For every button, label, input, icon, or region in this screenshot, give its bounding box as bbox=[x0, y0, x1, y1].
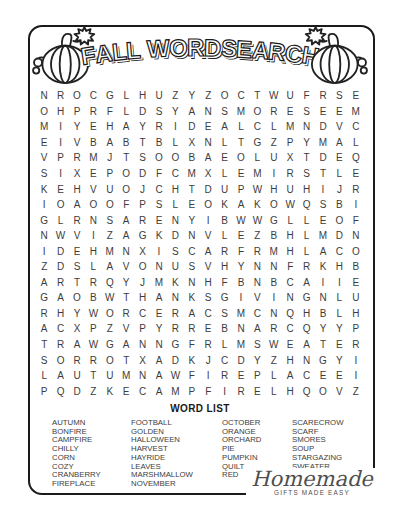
grid-cell: E bbox=[315, 368, 331, 384]
vine-curl-icon bbox=[361, 67, 367, 73]
grid-cell: N bbox=[151, 337, 167, 353]
grid-cell: L bbox=[216, 166, 232, 182]
grid-cell: E bbox=[331, 368, 347, 384]
grid-cell: O bbox=[102, 306, 118, 322]
grid-cell: R bbox=[69, 150, 85, 166]
grid-cell: R bbox=[184, 321, 200, 337]
grid-cell: E bbox=[348, 166, 364, 182]
grid-cell: R bbox=[69, 352, 85, 368]
grid-cell: W bbox=[249, 212, 265, 228]
grid-cell: C bbox=[167, 166, 183, 182]
grid-cell: S bbox=[167, 243, 183, 259]
grid-cell: O bbox=[167, 150, 183, 166]
grid-cell: R bbox=[348, 337, 364, 353]
grid-cell: B bbox=[85, 135, 101, 151]
grid-cell: N bbox=[200, 104, 216, 120]
grid-cell: C bbox=[200, 306, 216, 322]
grid-cell: A bbox=[298, 337, 314, 353]
grid-cell: P bbox=[69, 104, 85, 120]
grid-cell: K bbox=[151, 228, 167, 244]
grid-cell: E bbox=[151, 212, 167, 228]
grid-cell: E bbox=[36, 135, 52, 151]
grid-cell: Y bbox=[151, 321, 167, 337]
grid-cell: M bbox=[249, 166, 265, 182]
grid-cell: A bbox=[151, 352, 167, 368]
grid-cell: G bbox=[36, 212, 52, 228]
grid-cell: R bbox=[134, 212, 150, 228]
grid-cell: N bbox=[184, 275, 200, 291]
grid-cell: I bbox=[315, 275, 331, 291]
grid-cell: G bbox=[167, 337, 183, 353]
grid-cell: L bbox=[36, 368, 52, 384]
grid-cell: E bbox=[233, 228, 249, 244]
grid-cell: L bbox=[167, 197, 183, 213]
grid-cell: I bbox=[315, 181, 331, 197]
grid-cell: R bbox=[216, 368, 232, 384]
grid-cell: Y bbox=[134, 119, 150, 135]
grid-cell: R bbox=[151, 119, 167, 135]
grid-cell: L bbox=[331, 290, 347, 306]
grid-cell: E bbox=[69, 243, 85, 259]
grid-cell: D bbox=[134, 104, 150, 120]
grid-cell: G bbox=[134, 228, 150, 244]
grid-cell: C bbox=[249, 306, 265, 322]
title-letter: D bbox=[203, 33, 221, 63]
grid-cell: X bbox=[69, 166, 85, 182]
grid-cell: B bbox=[85, 290, 101, 306]
grid-cell: S bbox=[216, 306, 232, 322]
title-letter: S bbox=[220, 33, 237, 64]
grid-cell: I bbox=[52, 166, 68, 182]
grid-cell: T bbox=[315, 166, 331, 182]
grid-cell: Y bbox=[331, 321, 347, 337]
grid-cell: L bbox=[233, 119, 249, 135]
grid-cell: Y bbox=[118, 275, 134, 291]
grid-cell: B bbox=[348, 259, 364, 275]
grid-cell: Y bbox=[249, 352, 265, 368]
grid-cell: E bbox=[282, 337, 298, 353]
grid-cell: G bbox=[216, 290, 232, 306]
grid-cell: N bbox=[134, 368, 150, 384]
grid-cell: A bbox=[298, 275, 314, 291]
grid-cell: E bbox=[233, 166, 249, 182]
grid-cell: R bbox=[52, 337, 68, 353]
grid-cell: L bbox=[216, 228, 232, 244]
grid-cell: F bbox=[184, 368, 200, 384]
grid-cell: M bbox=[233, 306, 249, 322]
grid-cell: I bbox=[348, 197, 364, 213]
grid-cell: Q bbox=[282, 306, 298, 322]
grid-cell: S bbox=[151, 197, 167, 213]
grid-cell: H bbox=[282, 383, 298, 399]
grid-cell: V bbox=[118, 321, 134, 337]
grid-cell: A bbox=[200, 150, 216, 166]
grid-cell: U bbox=[102, 181, 118, 197]
grid-cell: R bbox=[282, 166, 298, 182]
grid-cell: M bbox=[167, 383, 183, 399]
grid-cell: O bbox=[315, 383, 331, 399]
grid-cell: Y bbox=[298, 135, 314, 151]
grid-cell: J bbox=[200, 352, 216, 368]
grid-cell: E bbox=[151, 306, 167, 322]
grid-cell: P bbox=[184, 383, 200, 399]
grid-cell: R bbox=[200, 337, 216, 353]
brand-name: Homemade bbox=[248, 468, 376, 491]
grid-cell: E bbox=[85, 166, 101, 182]
grid-cell: T bbox=[69, 275, 85, 291]
grid-cell: L bbox=[216, 135, 232, 151]
grid-cell: I bbox=[52, 135, 68, 151]
word-list-column: FOOTBALLGOLDENHALLOWEENHARVESTHAYRIDELEA… bbox=[131, 419, 193, 489]
grid-cell: V bbox=[200, 259, 216, 275]
grid-cell: H bbox=[134, 88, 150, 104]
grid-cell: A bbox=[249, 321, 265, 337]
grid-cell: D bbox=[167, 228, 183, 244]
grid-cell: O bbox=[69, 88, 85, 104]
grid-cell: A bbox=[52, 368, 68, 384]
grid-cell: V bbox=[69, 228, 85, 244]
grid-cell: X bbox=[134, 352, 150, 368]
grid-cell: O bbox=[233, 150, 249, 166]
grid-cell: J bbox=[331, 181, 347, 197]
grid-cell: R bbox=[233, 383, 249, 399]
grid-cell: O bbox=[52, 197, 68, 213]
grid-cell: I bbox=[348, 368, 364, 384]
grid-cell: H bbox=[282, 228, 298, 244]
grid-cell: A bbox=[52, 290, 68, 306]
word-list-item: NOVEMBER bbox=[131, 480, 193, 489]
grid-cell: M bbox=[233, 337, 249, 353]
grid-cell: H bbox=[85, 243, 101, 259]
grid-cell: B bbox=[151, 135, 167, 151]
grid-cell: H bbox=[298, 181, 314, 197]
grid-cell: G bbox=[102, 337, 118, 353]
grid-cell: Z bbox=[266, 135, 282, 151]
grid-cell: T bbox=[298, 150, 314, 166]
grid-cell: L bbox=[118, 104, 134, 120]
grid-cell: N bbox=[200, 135, 216, 151]
grid-cell: C bbox=[184, 243, 200, 259]
grid-cell: P bbox=[102, 166, 118, 182]
grid-cell: H bbox=[52, 306, 68, 322]
grid-cell: T bbox=[134, 135, 150, 151]
grid-cell: S bbox=[69, 259, 85, 275]
grid-cell: R bbox=[36, 306, 52, 322]
grid-cell: C bbox=[282, 275, 298, 291]
grid-cell: F bbox=[102, 104, 118, 120]
grid-cell: P bbox=[249, 368, 265, 384]
grid-cell: N bbox=[233, 321, 249, 337]
grid-cell: N bbox=[85, 212, 101, 228]
grid-cell: D bbox=[52, 243, 68, 259]
grid-cell: Z bbox=[266, 352, 282, 368]
grid-cell: A bbox=[151, 290, 167, 306]
pumpkin-right-icon bbox=[302, 26, 370, 86]
grid-cell: Z bbox=[200, 88, 216, 104]
grid-cell: G bbox=[266, 212, 282, 228]
grid-cell: A bbox=[102, 259, 118, 275]
grid-cell: J bbox=[102, 150, 118, 166]
grid-cell: N bbox=[184, 228, 200, 244]
grid-cell: H bbox=[282, 352, 298, 368]
grid-cell: X bbox=[134, 243, 150, 259]
grid-cell: E bbox=[216, 150, 232, 166]
grid-cell: C bbox=[151, 181, 167, 197]
grid-cell: I bbox=[151, 243, 167, 259]
grid-cell: X bbox=[200, 166, 216, 182]
grid-cell: A bbox=[69, 337, 85, 353]
grid-cell: D bbox=[315, 150, 331, 166]
grid-cell: Z bbox=[85, 383, 101, 399]
grid-cell: I bbox=[266, 166, 282, 182]
grid-cell: W bbox=[167, 368, 183, 384]
grid-cell: N bbox=[282, 290, 298, 306]
grid-cell: K bbox=[184, 290, 200, 306]
grid-cell: S bbox=[151, 104, 167, 120]
grid-cell: U bbox=[348, 290, 364, 306]
grid-cell: I bbox=[233, 290, 249, 306]
grid-cell: R bbox=[69, 212, 85, 228]
grid-cell: C bbox=[134, 383, 150, 399]
grid-cell: E bbox=[331, 150, 347, 166]
grid-cell: W bbox=[52, 228, 68, 244]
grid-cell: A bbox=[331, 135, 347, 151]
grid-cell: W bbox=[266, 337, 282, 353]
grid-cell: B bbox=[118, 135, 134, 151]
grid-cell: K bbox=[249, 197, 265, 213]
grid-cell: Y bbox=[331, 352, 347, 368]
grid-cell: E bbox=[348, 88, 364, 104]
grid-cell: H bbox=[167, 181, 183, 197]
grid-cell: Z bbox=[167, 88, 183, 104]
grid-cell: T bbox=[118, 150, 134, 166]
grid-cell: R bbox=[348, 181, 364, 197]
grid-cell: H bbox=[282, 243, 298, 259]
grid-cell: U bbox=[167, 259, 183, 275]
grid-cell: S bbox=[298, 166, 314, 182]
grid-cell: N bbox=[134, 337, 150, 353]
grid-cell: E bbox=[331, 337, 347, 353]
grid-cell: V bbox=[331, 383, 347, 399]
grid-cell: A bbox=[151, 383, 167, 399]
grid-cell: H bbox=[216, 259, 232, 275]
grid-cell: U bbox=[69, 368, 85, 384]
title-letter: O bbox=[168, 33, 187, 63]
grid-cell: H bbox=[69, 181, 85, 197]
grid-cell: L bbox=[282, 212, 298, 228]
grid-cell: W bbox=[266, 88, 282, 104]
grid-cell: Z bbox=[249, 228, 265, 244]
grid-cell: O bbox=[200, 197, 216, 213]
grid-cell: O bbox=[266, 197, 282, 213]
grid-cell: A bbox=[118, 212, 134, 228]
grid-cell: T bbox=[233, 135, 249, 151]
grid-cell: Q bbox=[298, 321, 314, 337]
grid-cell: B bbox=[331, 197, 347, 213]
grid-cell: E bbox=[249, 383, 265, 399]
grid-cell: C bbox=[233, 88, 249, 104]
grid-cell: M bbox=[85, 150, 101, 166]
grid-cell: X bbox=[282, 150, 298, 166]
grid-cell: Q bbox=[102, 275, 118, 291]
grid-cell: K bbox=[184, 352, 200, 368]
grid-cell: U bbox=[282, 181, 298, 197]
grid-cell: L bbox=[331, 166, 347, 182]
grid-cell: M bbox=[184, 166, 200, 182]
grid-cell: A bbox=[118, 228, 134, 244]
grid-cell: F bbox=[216, 275, 232, 291]
grid-cell: J bbox=[134, 181, 150, 197]
grid-cell: N bbox=[266, 306, 282, 322]
grid-cell: A bbox=[233, 197, 249, 213]
grid-cell: C bbox=[52, 321, 68, 337]
grid-cell: D bbox=[69, 383, 85, 399]
vine-curl-icon bbox=[34, 58, 42, 66]
grid-cell: L bbox=[298, 212, 314, 228]
grid-cell: R bbox=[266, 104, 282, 120]
grid-cell: V bbox=[36, 150, 52, 166]
grid-cell: N bbox=[36, 88, 52, 104]
grid-cell: R bbox=[85, 352, 101, 368]
grid-cell: M bbox=[118, 368, 134, 384]
letter-grid: NROCGLHUZYZOCTWUFRSEOHPRFLDSYANSMORESEEM… bbox=[36, 88, 364, 399]
grid-cell: N bbox=[167, 290, 183, 306]
grid-cell: M bbox=[266, 243, 282, 259]
grid-cell: A bbox=[282, 368, 298, 384]
grid-cell: H bbox=[348, 306, 364, 322]
grid-cell: S bbox=[134, 150, 150, 166]
grid-cell: O bbox=[118, 181, 134, 197]
grid-cell: F bbox=[298, 88, 314, 104]
grid-cell: Y bbox=[69, 306, 85, 322]
grid-cell: E bbox=[200, 119, 216, 135]
grid-cell: M bbox=[36, 119, 52, 135]
grid-cell: M bbox=[348, 104, 364, 120]
grid-cell: R bbox=[266, 321, 282, 337]
grid-cell: A bbox=[151, 368, 167, 384]
grid-cell: U bbox=[102, 368, 118, 384]
grid-cell: H bbox=[134, 290, 150, 306]
grid-cell: S bbox=[315, 197, 331, 213]
grid-cell: U bbox=[216, 181, 232, 197]
grid-cell: I bbox=[266, 290, 282, 306]
grid-cell: H bbox=[266, 181, 282, 197]
grid-cell: I bbox=[167, 119, 183, 135]
grid-cell: O bbox=[102, 352, 118, 368]
grid-cell: A bbox=[118, 337, 134, 353]
grid-cell: A bbox=[69, 197, 85, 213]
grid-cell: R bbox=[315, 88, 331, 104]
grid-cell: S bbox=[200, 290, 216, 306]
grid-cell: P bbox=[52, 150, 68, 166]
grid-cell: G bbox=[36, 290, 52, 306]
grid-cell: H bbox=[52, 104, 68, 120]
grid-cell: R bbox=[118, 306, 134, 322]
grid-cell: F bbox=[151, 166, 167, 182]
grid-cell: R bbox=[85, 275, 101, 291]
grid-cell: P bbox=[348, 321, 364, 337]
grid-cell: B bbox=[216, 321, 232, 337]
grid-cell: Y bbox=[167, 104, 183, 120]
grid-cell: G bbox=[315, 352, 331, 368]
grid-cell: A bbox=[36, 321, 52, 337]
grid-cell: I bbox=[85, 228, 101, 244]
grid-cell: E bbox=[348, 275, 364, 291]
grid-cell: P bbox=[36, 383, 52, 399]
word-list-item: FIREPLACE bbox=[52, 480, 101, 489]
grid-cell: E bbox=[118, 383, 134, 399]
grid-cell: R bbox=[52, 88, 68, 104]
grid-cell: H bbox=[298, 306, 314, 322]
grid-cell: O bbox=[36, 104, 52, 120]
grid-cell: U bbox=[151, 88, 167, 104]
grid-cell: A bbox=[184, 104, 200, 120]
grid-cell: K bbox=[216, 197, 232, 213]
grid-cell: M bbox=[233, 104, 249, 120]
brand-logo: Homemade GIFTS MADE EASY bbox=[246, 468, 378, 500]
grid-cell: I bbox=[36, 243, 52, 259]
grid-cell: A bbox=[184, 306, 200, 322]
title-letter: W bbox=[146, 33, 169, 64]
grid-cell: L bbox=[298, 243, 314, 259]
grid-cell: R bbox=[249, 243, 265, 259]
grid-cell: O bbox=[249, 104, 265, 120]
word-list-heading: WORD LIST bbox=[0, 403, 400, 414]
grid-cell: O bbox=[134, 259, 150, 275]
grid-cell: S bbox=[36, 166, 52, 182]
grid-cell: T bbox=[36, 337, 52, 353]
grid-cell: Q bbox=[298, 383, 314, 399]
grid-cell: D bbox=[167, 352, 183, 368]
title-letter: E bbox=[235, 34, 253, 65]
grid-cell: V bbox=[85, 181, 101, 197]
grid-cell: Y bbox=[69, 119, 85, 135]
grid-cell: I bbox=[36, 197, 52, 213]
grid-cell: P bbox=[134, 321, 150, 337]
grid-cell: S bbox=[216, 104, 232, 120]
grid-cell: A bbox=[200, 243, 216, 259]
grid-cell: V bbox=[200, 228, 216, 244]
grid-cell: F bbox=[118, 197, 134, 213]
grid-cell: P bbox=[85, 321, 101, 337]
grid-cell: L bbox=[266, 119, 282, 135]
grid-cell: F bbox=[233, 243, 249, 259]
grid-cell: C bbox=[85, 88, 101, 104]
vine-curl-icon bbox=[33, 67, 39, 73]
grid-cell: W bbox=[85, 337, 101, 353]
grid-cell: A bbox=[102, 135, 118, 151]
vine-curl-icon bbox=[358, 58, 366, 66]
grid-cell: S bbox=[102, 212, 118, 228]
grid-cell: Y bbox=[184, 212, 200, 228]
grid-cell: L bbox=[266, 383, 282, 399]
grid-cell: U bbox=[266, 150, 282, 166]
grid-cell: C bbox=[249, 119, 265, 135]
grid-cell: I bbox=[52, 119, 68, 135]
grid-cell: A bbox=[118, 119, 134, 135]
grid-cell: T bbox=[118, 290, 134, 306]
grid-cell: O bbox=[118, 166, 134, 182]
grid-cell: A bbox=[36, 275, 52, 291]
grid-cell: E bbox=[315, 104, 331, 120]
grid-cell: V bbox=[331, 119, 347, 135]
grid-cell: M bbox=[102, 243, 118, 259]
grid-cell: E bbox=[331, 104, 347, 120]
grid-cell: O bbox=[348, 243, 364, 259]
grid-cell: U bbox=[282, 88, 298, 104]
grid-cell: O bbox=[85, 197, 101, 213]
grid-cell: F bbox=[282, 259, 298, 275]
